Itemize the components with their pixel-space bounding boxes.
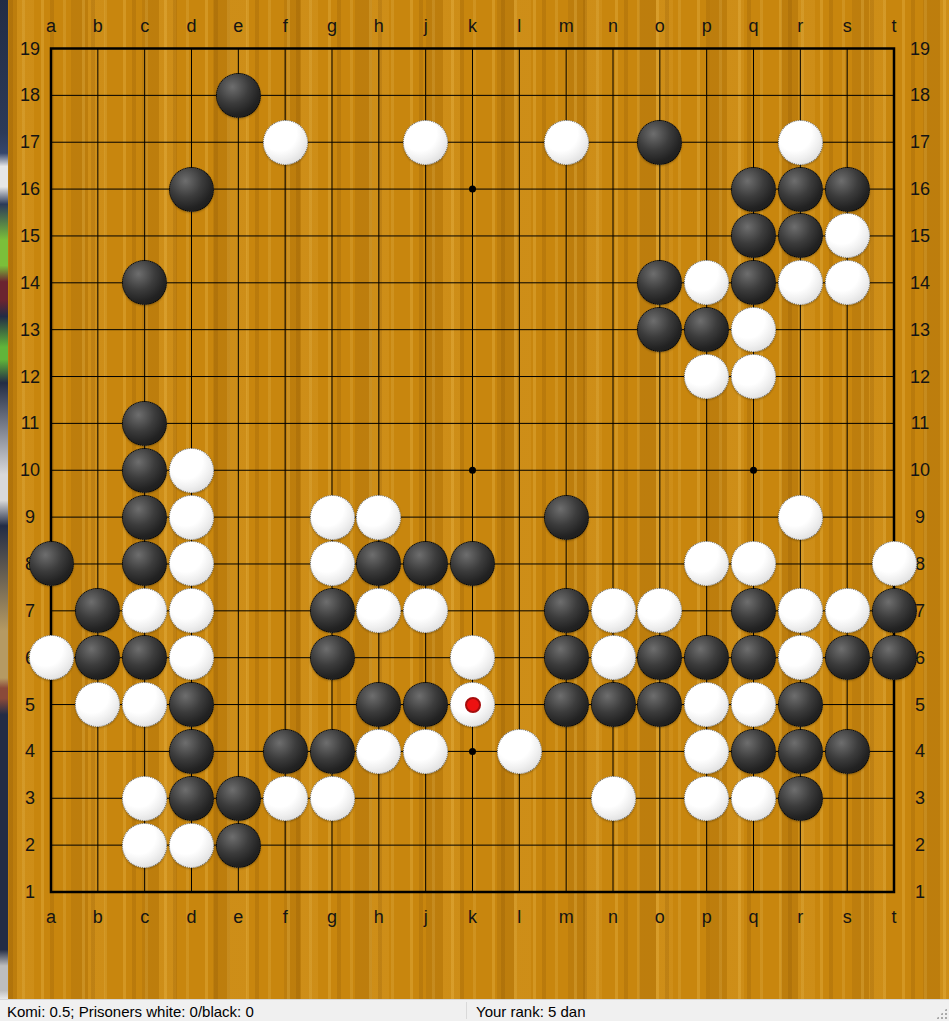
- col-label-top: q: [748, 16, 758, 37]
- stone-white: ○: [403, 120, 448, 165]
- stone-black: ●: [403, 682, 448, 727]
- row-label-right: 2: [915, 835, 925, 856]
- go-client-window: aabbccddeeffgghhjjkkllmmnnooppqqrrsstt19…: [0, 0, 949, 1021]
- stone-black: ●: [544, 635, 589, 680]
- stone-black: ●: [169, 776, 214, 821]
- col-label-bottom: o: [655, 907, 665, 928]
- black-stone-glyph: ●: [834, 167, 861, 211]
- col-label-top: j: [424, 16, 428, 37]
- black-stone-glyph: ●: [459, 542, 486, 586]
- row-label-right: 10: [910, 460, 930, 481]
- stone-black: ●: [216, 73, 261, 118]
- row-label-right: 12: [910, 366, 930, 387]
- row-label-left: 3: [25, 788, 35, 809]
- stone-black: ●: [122, 495, 167, 540]
- row-label-right: 18: [910, 85, 930, 106]
- stone-white: ○: [731, 307, 776, 352]
- col-label-top: h: [374, 16, 384, 37]
- row-label-left: 19: [20, 38, 40, 59]
- stone-black: ●: [778, 776, 823, 821]
- white-stone-glyph: ○: [787, 495, 814, 539]
- stone-black: ●: [872, 588, 917, 633]
- stone-white: ○: [497, 729, 542, 774]
- row-label-left: 17: [20, 132, 40, 153]
- black-stone-glyph: ●: [131, 495, 158, 539]
- col-label-top: f: [283, 16, 288, 37]
- black-stone-glyph: ●: [787, 167, 814, 211]
- black-stone-glyph: ●: [647, 636, 674, 680]
- white-stone-glyph: ○: [834, 261, 861, 305]
- stone-white: ○: [684, 729, 729, 774]
- white-stone-glyph: ○: [459, 636, 486, 680]
- white-stone-glyph: ○: [693, 542, 720, 586]
- row-label-left: 12: [20, 366, 40, 387]
- black-stone-glyph: ●: [787, 214, 814, 258]
- col-label-top: g: [327, 16, 337, 37]
- row-label-left: 1: [25, 882, 35, 903]
- col-label-top: l: [517, 16, 521, 37]
- col-label-bottom: s: [843, 907, 852, 928]
- stone-black: ●: [778, 213, 823, 258]
- col-label-top: d: [186, 16, 196, 37]
- black-stone-glyph: ●: [693, 636, 720, 680]
- white-stone-glyph: ○: [600, 589, 627, 633]
- row-label-right: 4: [915, 741, 925, 762]
- black-stone-glyph: ●: [553, 495, 580, 539]
- white-stone-glyph: ○: [787, 589, 814, 633]
- black-stone-glyph: ●: [366, 542, 393, 586]
- stone-black: ●: [122, 448, 167, 493]
- white-stone-glyph: ○: [319, 542, 346, 586]
- background-window-sliver: [0, 0, 8, 1021]
- stone-white: ○: [591, 776, 636, 821]
- white-stone-glyph: ○: [131, 683, 158, 727]
- white-stone-glyph: ○: [740, 776, 767, 820]
- white-stone-glyph: ○: [366, 589, 393, 633]
- white-stone-glyph: ○: [38, 636, 65, 680]
- row-label-right: 19: [910, 38, 930, 59]
- white-stone-glyph: ○: [412, 589, 439, 633]
- white-stone-glyph: ○: [85, 683, 112, 727]
- stone-white: ○: [544, 120, 589, 165]
- row-label-left: 11: [21, 413, 40, 434]
- stone-black: ●: [731, 260, 776, 305]
- black-stone-glyph: ●: [131, 401, 158, 445]
- col-label-bottom: c: [140, 907, 149, 928]
- white-stone-glyph: ○: [178, 589, 205, 633]
- row-label-left: 9: [25, 507, 35, 528]
- stone-black: ●: [731, 167, 776, 212]
- black-stone-glyph: ●: [366, 683, 393, 727]
- stone-white: ○: [825, 260, 870, 305]
- white-stone-glyph: ○: [600, 636, 627, 680]
- col-label-top: m: [559, 16, 574, 37]
- stone-black: ●: [591, 682, 636, 727]
- black-stone-glyph: ●: [178, 683, 205, 727]
- black-stone-glyph: ●: [225, 776, 252, 820]
- black-stone-glyph: ●: [38, 542, 65, 586]
- white-stone-glyph: ○: [131, 823, 158, 867]
- stone-white: ○: [29, 635, 74, 680]
- stone-black: ●: [778, 729, 823, 774]
- stone-white: ○: [263, 120, 308, 165]
- white-stone-glyph: ○: [412, 120, 439, 164]
- stone-white: ○: [731, 776, 776, 821]
- white-stone-glyph: ○: [693, 683, 720, 727]
- black-stone-glyph: ●: [178, 729, 205, 773]
- black-stone-glyph: ●: [319, 729, 346, 773]
- stone-black: ●: [731, 635, 776, 680]
- black-stone-glyph: ●: [131, 261, 158, 305]
- white-stone-glyph: ○: [881, 542, 908, 586]
- white-stone-glyph: ○: [693, 261, 720, 305]
- black-stone-glyph: ●: [740, 167, 767, 211]
- status-separator: [466, 1002, 467, 1019]
- white-stone-glyph: ○: [600, 776, 627, 820]
- white-stone-glyph: ○: [787, 120, 814, 164]
- stone-black: ●: [263, 729, 308, 774]
- black-stone-glyph: ●: [647, 261, 674, 305]
- stone-black: ●: [637, 120, 682, 165]
- col-label-top: s: [843, 16, 852, 37]
- black-stone-glyph: ●: [412, 542, 439, 586]
- stone-white: ○: [310, 495, 355, 540]
- stone-black: ●: [310, 729, 355, 774]
- stone-black: ●: [684, 307, 729, 352]
- stone-white: ○: [778, 120, 823, 165]
- black-stone-glyph: ●: [131, 448, 158, 492]
- white-stone-glyph: ○: [319, 495, 346, 539]
- stone-white: ○: [169, 495, 214, 540]
- white-stone-glyph: ○: [647, 589, 674, 633]
- black-stone-glyph: ●: [647, 683, 674, 727]
- row-label-left: 2: [25, 835, 35, 856]
- black-stone-glyph: ●: [881, 589, 908, 633]
- row-label-left: 16: [20, 179, 40, 200]
- col-label-bottom: f: [283, 907, 288, 928]
- black-stone-glyph: ●: [740, 261, 767, 305]
- black-stone-glyph: ●: [178, 167, 205, 211]
- black-stone-glyph: ●: [787, 776, 814, 820]
- white-stone-glyph: ○: [740, 355, 767, 399]
- stone-black: ●: [544, 682, 589, 727]
- stone-black: ●: [29, 541, 74, 586]
- row-label-left: 13: [20, 319, 40, 340]
- row-label-right: 11: [911, 413, 930, 434]
- col-label-bottom: q: [748, 907, 758, 928]
- stone-black: ●: [122, 401, 167, 446]
- stone-black: ●: [778, 682, 823, 727]
- white-stone-glyph: ○: [740, 542, 767, 586]
- white-stone-glyph: ○: [553, 120, 580, 164]
- black-stone-glyph: ●: [740, 729, 767, 773]
- black-stone-glyph: ●: [740, 636, 767, 680]
- white-stone-glyph: ○: [178, 542, 205, 586]
- stone-black: ●: [169, 167, 214, 212]
- row-label-left: 15: [20, 225, 40, 246]
- black-stone-glyph: ●: [647, 308, 674, 352]
- black-stone-glyph: ●: [319, 636, 346, 680]
- stone-white: ○: [684, 682, 729, 727]
- black-stone-glyph: ●: [693, 308, 720, 352]
- black-stone-glyph: ●: [178, 776, 205, 820]
- white-stone-glyph: ○: [319, 776, 346, 820]
- stone-white: ○: [403, 729, 448, 774]
- col-label-bottom: e: [233, 907, 243, 928]
- col-label-top: t: [891, 16, 896, 37]
- row-label-right: 16: [910, 179, 930, 200]
- stone-white: ○: [169, 635, 214, 680]
- stone-white: ○: [169, 823, 214, 868]
- black-stone-glyph: ●: [647, 120, 674, 164]
- star-point: [469, 748, 476, 755]
- col-label-top: n: [608, 16, 618, 37]
- white-stone-glyph: ○: [740, 308, 767, 352]
- row-label-right: 17: [910, 132, 930, 153]
- row-label-left: 10: [20, 460, 40, 481]
- stone-black: ●: [169, 729, 214, 774]
- black-stone-glyph: ●: [225, 73, 252, 117]
- row-label-right: 9: [915, 507, 925, 528]
- col-label-top: b: [93, 16, 103, 37]
- stone-black: ●: [731, 729, 776, 774]
- col-label-bottom: d: [186, 907, 196, 928]
- black-stone-glyph: ●: [131, 542, 158, 586]
- row-label-left: 14: [20, 272, 40, 293]
- black-stone-glyph: ●: [319, 589, 346, 633]
- black-stone-glyph: ●: [553, 636, 580, 680]
- black-stone-glyph: ●: [834, 729, 861, 773]
- col-label-bottom: k: [468, 907, 477, 928]
- goban[interactable]: aabbccddeeffgghhjjkkllmmnnooppqqrrsstt19…: [0, 0, 949, 999]
- col-label-top: c: [140, 16, 149, 37]
- black-stone-glyph: ●: [740, 589, 767, 633]
- last-move-marker: [465, 697, 481, 713]
- white-stone-glyph: ○: [366, 729, 393, 773]
- stone-white: ○: [122, 823, 167, 868]
- col-label-top: e: [233, 16, 243, 37]
- stone-white: ○: [356, 729, 401, 774]
- col-label-top: o: [655, 16, 665, 37]
- col-label-bottom: p: [702, 907, 712, 928]
- stone-white: ○: [310, 776, 355, 821]
- col-label-bottom: a: [46, 907, 56, 928]
- col-label-bottom: m: [559, 907, 574, 928]
- stone-white: ○: [591, 635, 636, 680]
- white-stone-glyph: ○: [131, 776, 158, 820]
- row-label-left: 7: [25, 600, 35, 621]
- col-label-top: k: [468, 16, 477, 37]
- stone-white: ○: [825, 588, 870, 633]
- stone-white: ○: [731, 354, 776, 399]
- white-stone-glyph: ○: [693, 776, 720, 820]
- white-stone-glyph: ○: [178, 636, 205, 680]
- row-label-left: 18: [20, 85, 40, 106]
- stone-white: ○: [731, 682, 776, 727]
- col-label-bottom: j: [424, 907, 428, 928]
- row-label-left: 4: [25, 741, 35, 762]
- stone-black: ●: [310, 588, 355, 633]
- black-stone-glyph: ●: [553, 589, 580, 633]
- white-stone-glyph: ○: [787, 261, 814, 305]
- row-label-left: 5: [25, 694, 35, 715]
- col-label-top: r: [797, 16, 803, 37]
- col-label-bottom: t: [891, 907, 896, 928]
- black-stone-glyph: ●: [787, 683, 814, 727]
- black-stone-glyph: ●: [85, 589, 112, 633]
- stone-white: ○: [591, 588, 636, 633]
- col-label-bottom: l: [517, 907, 521, 928]
- row-label-right: 1: [915, 882, 925, 903]
- stone-white: ○: [825, 213, 870, 258]
- resize-grip-icon[interactable]: [935, 1007, 948, 1020]
- white-stone-glyph: ○: [693, 729, 720, 773]
- stone-white: ○: [684, 776, 729, 821]
- status-rank: Your rank: 5 dan: [476, 1002, 586, 1019]
- stone-black: ●: [216, 823, 261, 868]
- white-stone-glyph: ○: [178, 448, 205, 492]
- stone-white: ○: [169, 448, 214, 493]
- stone-white: ○: [778, 588, 823, 633]
- white-stone-glyph: ○: [693, 355, 720, 399]
- col-label-bottom: g: [327, 907, 337, 928]
- star-point: [469, 467, 476, 474]
- black-stone-glyph: ●: [412, 683, 439, 727]
- stone-white: ○: [263, 776, 308, 821]
- black-stone-glyph: ●: [553, 683, 580, 727]
- white-stone-glyph: ○: [787, 636, 814, 680]
- white-stone-glyph: ○: [178, 823, 205, 867]
- white-stone-glyph: ○: [834, 214, 861, 258]
- black-stone-glyph: ●: [600, 683, 627, 727]
- stone-black: ●: [310, 635, 355, 680]
- col-label-bottom: n: [608, 907, 618, 928]
- black-stone-glyph: ●: [131, 636, 158, 680]
- row-label-right: 13: [910, 319, 930, 340]
- stone-white: ○: [450, 635, 495, 680]
- col-label-top: p: [702, 16, 712, 37]
- white-stone-glyph: ○: [412, 729, 439, 773]
- stone-black: ●: [778, 167, 823, 212]
- stone-black: ●: [169, 682, 214, 727]
- star-point: [469, 186, 476, 193]
- col-label-top: a: [46, 16, 56, 37]
- white-stone-glyph: ○: [131, 589, 158, 633]
- black-stone-glyph: ●: [272, 729, 299, 773]
- black-stone-glyph: ●: [834, 636, 861, 680]
- black-stone-glyph: ●: [225, 823, 252, 867]
- black-stone-glyph: ●: [881, 636, 908, 680]
- stone-white: ○: [122, 682, 167, 727]
- stone-white: ○: [310, 541, 355, 586]
- white-stone-glyph: ○: [834, 589, 861, 633]
- white-stone-glyph: ○: [178, 495, 205, 539]
- white-stone-glyph: ○: [272, 120, 299, 164]
- black-stone-glyph: ●: [787, 729, 814, 773]
- white-stone-glyph: ○: [740, 683, 767, 727]
- stone-white: ○: [778, 635, 823, 680]
- stone-black: ●: [825, 729, 870, 774]
- row-label-right: 15: [910, 225, 930, 246]
- stone-white: ○: [778, 495, 823, 540]
- status-bar: Komi: 0.5; Prisoners white: 0/black: 0 Y…: [0, 999, 949, 1021]
- col-label-bottom: h: [374, 907, 384, 928]
- stone-black: ●: [544, 495, 589, 540]
- stone-white: ○: [872, 541, 917, 586]
- stone-black: ●: [216, 776, 261, 821]
- stone-black: ●: [544, 588, 589, 633]
- row-label-right: 5: [915, 694, 925, 715]
- star-point: [750, 467, 757, 474]
- white-stone-glyph: ○: [272, 776, 299, 820]
- stone-black: ●: [825, 635, 870, 680]
- stone-white: ○: [684, 354, 729, 399]
- col-label-bottom: r: [797, 907, 803, 928]
- stone-white: ○: [778, 260, 823, 305]
- stone-white: ○: [122, 776, 167, 821]
- col-label-bottom: b: [93, 907, 103, 928]
- white-stone-glyph: ○: [506, 729, 533, 773]
- stone-black: ●: [825, 167, 870, 212]
- status-komi-prisoners: Komi: 0.5; Prisoners white: 0/black: 0: [7, 1002, 254, 1019]
- stone-black: ●: [872, 635, 917, 680]
- row-label-right: 3: [915, 788, 925, 809]
- white-stone-glyph: ○: [366, 495, 393, 539]
- row-label-right: 14: [910, 272, 930, 293]
- stone-white: ○: [356, 495, 401, 540]
- black-stone-glyph: ●: [740, 214, 767, 258]
- black-stone-glyph: ●: [85, 636, 112, 680]
